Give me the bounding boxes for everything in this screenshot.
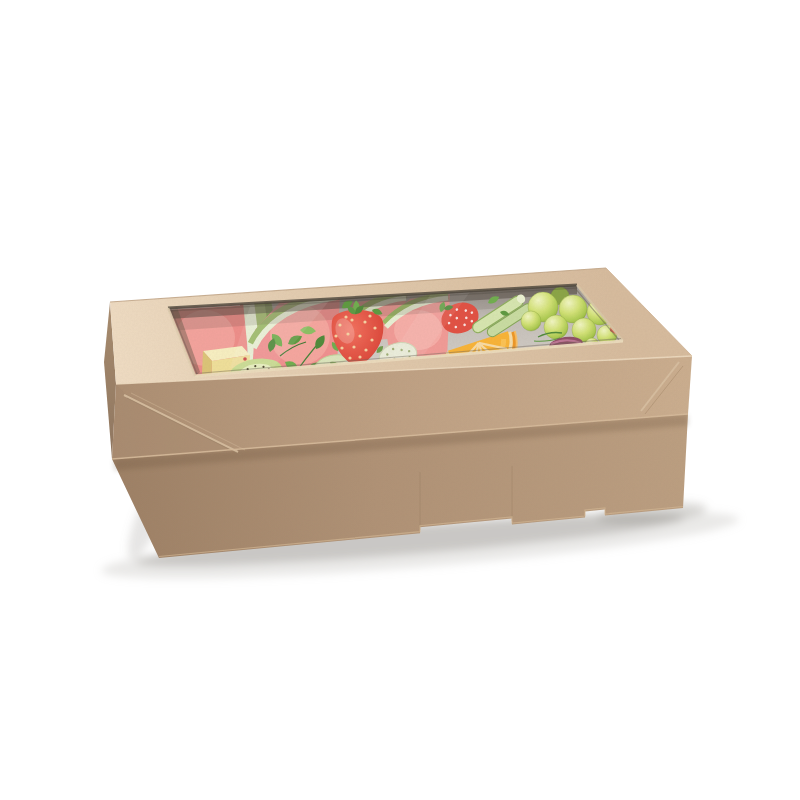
product-image: [0, 0, 800, 800]
product-photo-stage: [0, 0, 800, 800]
